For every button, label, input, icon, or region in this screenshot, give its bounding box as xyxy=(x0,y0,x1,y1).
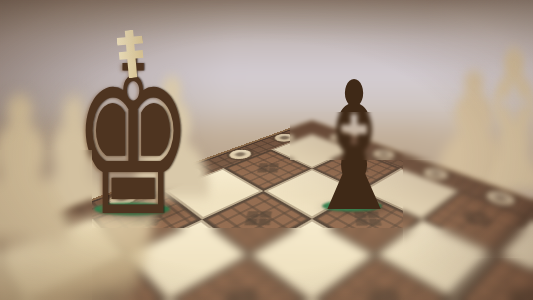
white-pawn-table-left: ♟ xyxy=(0,71,94,276)
black-bishop: ♝ xyxy=(303,59,405,237)
chess-photo-scene: ♟♟♟♟♝♚♝ xyxy=(0,0,533,300)
